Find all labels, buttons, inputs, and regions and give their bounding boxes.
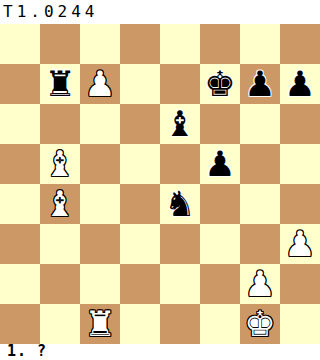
square-d2[interactable]	[120, 264, 160, 304]
square-f8[interactable]	[200, 24, 240, 64]
piece-black-rook: ♜	[44, 64, 75, 104]
square-e5[interactable]	[160, 144, 200, 184]
piece-white-pawn: ♟	[284, 224, 315, 264]
square-h6[interactable]	[280, 104, 320, 144]
square-c1[interactable]: ♜	[80, 304, 120, 344]
chess-board: ♜♟♚♟♟♝♝♟♝♞♟♟♜♚	[0, 24, 320, 344]
piece-white-bishop: ♝	[44, 144, 75, 184]
square-c2[interactable]	[80, 264, 120, 304]
square-f2[interactable]	[200, 264, 240, 304]
chess-diagram-page: T1.0244 ♜♟♚♟♟♝♝♟♝♞♟♟♜♚ 1. ?	[0, 0, 320, 360]
square-c4[interactable]	[80, 184, 120, 224]
piece-black-bishop: ♝	[164, 104, 195, 144]
square-f4[interactable]	[200, 184, 240, 224]
square-h4[interactable]	[280, 184, 320, 224]
square-g7[interactable]: ♟	[240, 64, 280, 104]
square-f5[interactable]: ♟	[200, 144, 240, 184]
piece-white-bishop: ♝	[44, 184, 75, 224]
square-d1[interactable]	[120, 304, 160, 344]
square-b6[interactable]	[40, 104, 80, 144]
square-b5[interactable]: ♝	[40, 144, 80, 184]
piece-black-pawn: ♟	[244, 64, 275, 104]
square-a3[interactable]	[0, 224, 40, 264]
square-d3[interactable]	[120, 224, 160, 264]
square-g4[interactable]	[240, 184, 280, 224]
square-a1[interactable]	[0, 304, 40, 344]
square-b4[interactable]: ♝	[40, 184, 80, 224]
square-h7[interactable]: ♟	[280, 64, 320, 104]
square-c7[interactable]: ♟	[80, 64, 120, 104]
square-c8[interactable]	[80, 24, 120, 64]
square-a2[interactable]	[0, 264, 40, 304]
piece-white-pawn: ♟	[84, 64, 115, 104]
square-f7[interactable]: ♚	[200, 64, 240, 104]
move-prompt: 1. ?	[0, 344, 320, 360]
square-h2[interactable]	[280, 264, 320, 304]
square-h8[interactable]	[280, 24, 320, 64]
square-e1[interactable]	[160, 304, 200, 344]
square-e2[interactable]	[160, 264, 200, 304]
square-h1[interactable]	[280, 304, 320, 344]
square-g6[interactable]	[240, 104, 280, 144]
square-c6[interactable]	[80, 104, 120, 144]
square-b1[interactable]	[40, 304, 80, 344]
square-c5[interactable]	[80, 144, 120, 184]
square-b7[interactable]: ♜	[40, 64, 80, 104]
square-d7[interactable]	[120, 64, 160, 104]
square-e3[interactable]	[160, 224, 200, 264]
square-a8[interactable]	[0, 24, 40, 64]
square-g1[interactable]: ♚	[240, 304, 280, 344]
square-f6[interactable]	[200, 104, 240, 144]
square-d6[interactable]	[120, 104, 160, 144]
square-g3[interactable]	[240, 224, 280, 264]
square-b2[interactable]	[40, 264, 80, 304]
square-e6[interactable]: ♝	[160, 104, 200, 144]
piece-white-rook: ♜	[84, 304, 115, 344]
diagram-title: T1.0244	[0, 0, 320, 24]
piece-black-knight: ♞	[164, 184, 195, 224]
square-d8[interactable]	[120, 24, 160, 64]
square-h3[interactable]: ♟	[280, 224, 320, 264]
square-g5[interactable]	[240, 144, 280, 184]
square-h5[interactable]	[280, 144, 320, 184]
piece-white-pawn: ♟	[244, 264, 275, 304]
piece-black-king: ♚	[204, 64, 235, 104]
square-e7[interactable]	[160, 64, 200, 104]
square-d5[interactable]	[120, 144, 160, 184]
square-a7[interactable]	[0, 64, 40, 104]
square-a6[interactable]	[0, 104, 40, 144]
square-b3[interactable]	[40, 224, 80, 264]
square-a4[interactable]	[0, 184, 40, 224]
piece-white-king: ♚	[244, 304, 275, 344]
square-f1[interactable]	[200, 304, 240, 344]
square-f3[interactable]	[200, 224, 240, 264]
square-g2[interactable]: ♟	[240, 264, 280, 304]
square-c3[interactable]	[80, 224, 120, 264]
square-e4[interactable]: ♞	[160, 184, 200, 224]
square-d4[interactable]	[120, 184, 160, 224]
square-g8[interactable]	[240, 24, 280, 64]
piece-black-pawn: ♟	[204, 144, 235, 184]
square-e8[interactable]	[160, 24, 200, 64]
piece-black-pawn: ♟	[284, 64, 315, 104]
square-a5[interactable]	[0, 144, 40, 184]
square-b8[interactable]	[40, 24, 80, 64]
